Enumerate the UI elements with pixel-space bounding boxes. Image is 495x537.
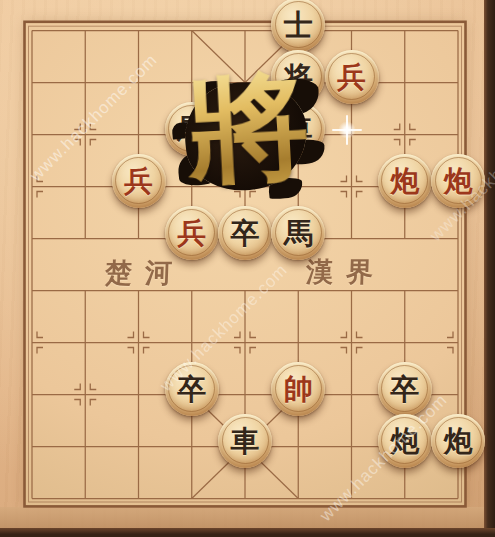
piece-glyph: 帥 bbox=[284, 375, 313, 404]
xiangqi-app-screen: 楚河 漢界 士将兵馬車兵炮炮兵卒馬卒帥卒車炮炮 將 www.hackhome.c… bbox=[0, 0, 495, 537]
piece-glyph: 卒 bbox=[231, 219, 260, 248]
piece-black-horse-2[interactable]: 馬 bbox=[271, 206, 325, 260]
piece-black-cannon-1[interactable]: 炮 bbox=[378, 414, 432, 468]
piece-black-chariot-2[interactable]: 車 bbox=[218, 414, 272, 468]
piece-glyph: 炮 bbox=[444, 427, 473, 456]
piece-glyph: 馬 bbox=[284, 219, 313, 248]
piece-glyph: 将 bbox=[284, 63, 313, 92]
piece-glyph: 卒 bbox=[177, 375, 206, 404]
piece-red-cannon-1[interactable]: 炮 bbox=[378, 154, 432, 208]
piece-black-chariot-1[interactable]: 車 bbox=[271, 102, 325, 156]
piece-black-advisor[interactable]: 士 bbox=[271, 0, 325, 52]
piece-glyph: 兵 bbox=[337, 63, 366, 92]
piece-glyph: 馬 bbox=[177, 115, 206, 144]
sparkle-effect bbox=[338, 121, 356, 139]
piece-glyph: 炮 bbox=[390, 167, 419, 196]
piece-glyph: 車 bbox=[231, 427, 260, 456]
piece-black-soldier-1[interactable]: 卒 bbox=[218, 206, 272, 260]
piece-glyph: 卒 bbox=[390, 375, 419, 404]
piece-glyph: 兵 bbox=[177, 219, 206, 248]
xiangqi-board[interactable]: 士将兵馬車兵炮炮兵卒馬卒帥卒車炮炮 bbox=[5, 5, 484, 525]
piece-glyph: 炮 bbox=[444, 167, 473, 196]
piece-black-general[interactable]: 将 bbox=[271, 50, 325, 104]
piece-red-soldier-1[interactable]: 兵 bbox=[325, 50, 379, 104]
piece-black-soldier-3[interactable]: 卒 bbox=[378, 362, 432, 416]
piece-glyph: 兵 bbox=[124, 167, 153, 196]
piece-black-horse-1[interactable]: 馬 bbox=[165, 102, 219, 156]
piece-glyph: 炮 bbox=[390, 427, 419, 456]
piece-red-general[interactable]: 帥 bbox=[271, 362, 325, 416]
piece-red-cannon-2[interactable]: 炮 bbox=[431, 154, 485, 208]
piece-black-cannon-2[interactable]: 炮 bbox=[431, 414, 485, 468]
piece-red-soldier-2[interactable]: 兵 bbox=[112, 154, 166, 208]
piece-glyph: 士 bbox=[284, 11, 313, 40]
piece-black-soldier-2[interactable]: 卒 bbox=[165, 362, 219, 416]
piece-glyph: 車 bbox=[284, 115, 313, 144]
piece-red-soldier-3[interactable]: 兵 bbox=[165, 206, 219, 260]
